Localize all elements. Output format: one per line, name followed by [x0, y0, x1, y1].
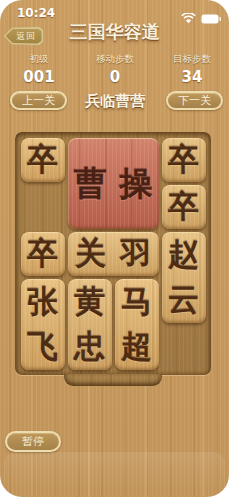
- piece-caocao[interactable]: 曹操: [68, 138, 159, 229]
- piece-huangzhong[interactable]: 黄忠: [68, 279, 112, 370]
- piece-char: 云: [168, 284, 199, 315]
- piece-char: 卒: [27, 238, 58, 269]
- piece-soldier-1[interactable]: 卒: [21, 138, 65, 182]
- page-title: 三国华容道: [0, 20, 229, 44]
- next-level-button[interactable]: 下一关: [166, 91, 223, 110]
- piece-machao[interactable]: 马超: [115, 279, 159, 370]
- piece-char: 卒: [27, 144, 58, 175]
- piece-guanyu[interactable]: 关羽: [68, 232, 159, 276]
- piece-zhaoyun[interactable]: 赵云: [162, 232, 206, 323]
- clock: 10:24: [17, 6, 55, 20]
- piece-zhangfei[interactable]: 张飞: [21, 279, 65, 370]
- piece-char: 忠: [74, 331, 105, 362]
- piece-char: 黄: [74, 286, 105, 317]
- piece-char: 卒: [168, 144, 199, 175]
- prev-level-button[interactable]: 上一关: [10, 91, 67, 110]
- target-label: 目标步数: [161, 53, 223, 66]
- piece-soldier-4[interactable]: 卒: [21, 232, 65, 276]
- piece-char: 曹: [74, 167, 107, 200]
- piece-char: 飞: [27, 331, 58, 362]
- piece-char: 超: [121, 331, 152, 362]
- moves-label: 移动步数: [75, 53, 155, 66]
- pause-button[interactable]: 暂停: [5, 431, 61, 452]
- moves-value: 0: [75, 68, 155, 86]
- stage-name: 兵临曹营: [65, 92, 165, 111]
- piece-char: 操: [119, 167, 152, 200]
- level-value: 001: [8, 68, 70, 86]
- piece-soldier-2[interactable]: 卒: [162, 138, 206, 182]
- bottom-sheen: [4, 452, 225, 490]
- app-screen: 10:24 返回 三国华容道 初级 001: [0, 0, 229, 497]
- level-label: 初级: [8, 53, 70, 66]
- board: 卒曹操卒卒卒关羽赵云张飞黄忠马超: [15, 132, 211, 375]
- piece-char: 张: [27, 286, 58, 317]
- piece-char: 羽: [120, 238, 151, 269]
- piece-char: 卒: [168, 191, 199, 222]
- piece-char: 马: [121, 286, 152, 317]
- piece-char: 赵: [168, 239, 199, 270]
- piece-soldier-3[interactable]: 卒: [162, 185, 206, 229]
- status-bar: 10:24: [0, 0, 229, 22]
- target-value: 34: [161, 68, 223, 86]
- piece-char: 关: [75, 238, 106, 269]
- board-exit-notch: [64, 374, 162, 386]
